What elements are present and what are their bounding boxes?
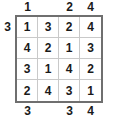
clue-left-row3 [1,59,14,80]
cell-r4c2[interactable]: 4 [38,80,59,101]
clue-top-col4: 4 [80,1,101,14]
cell-r1c3[interactable]: 2 [59,17,80,38]
clue-bottom-col1: 3 [17,105,38,118]
cell-r4c3[interactable]: 3 [59,80,80,101]
cell-r3c1[interactable]: 3 [17,59,38,80]
cell-r2c3[interactable]: 1 [59,38,80,59]
cell-r4c4[interactable]: 1 [80,80,101,101]
clue-top-col1: 1 [17,1,38,14]
clue-top-col3: 2 [59,1,80,14]
puzzle-board: 1 3 2 4 4 2 1 3 3 1 4 2 2 4 3 1 [15,15,103,103]
clue-left-row2 [1,38,14,59]
cell-r2c1[interactable]: 4 [17,38,38,59]
clue-bottom-col2 [38,105,59,118]
cell-r1c4[interactable]: 4 [80,17,101,38]
clue-bottom-col4: 4 [80,105,101,118]
clue-left-row4 [1,80,14,101]
cell-r3c2[interactable]: 1 [38,59,59,80]
clue-right-row3 [105,59,118,80]
clue-top-col2 [38,1,59,14]
clue-bottom-col3: 3 [59,105,80,118]
clue-right-row1 [105,17,118,38]
clue-right-row2 [105,38,118,59]
cell-r3c3[interactable]: 4 [59,59,80,80]
cell-r4c1[interactable]: 2 [17,80,38,101]
clue-left-row1: 3 [1,17,14,38]
clue-right-row4 [105,80,118,101]
skyscrapers-puzzle-diagram: 1 2 4 3 3 3 4 1 3 2 4 4 2 1 3 3 1 4 2 2 … [0,0,120,120]
cell-r1c1[interactable]: 1 [17,17,38,38]
cell-r2c2[interactable]: 2 [38,38,59,59]
cell-r1c2[interactable]: 3 [38,17,59,38]
cell-r2c4[interactable]: 3 [80,38,101,59]
cell-r3c4[interactable]: 2 [80,59,101,80]
